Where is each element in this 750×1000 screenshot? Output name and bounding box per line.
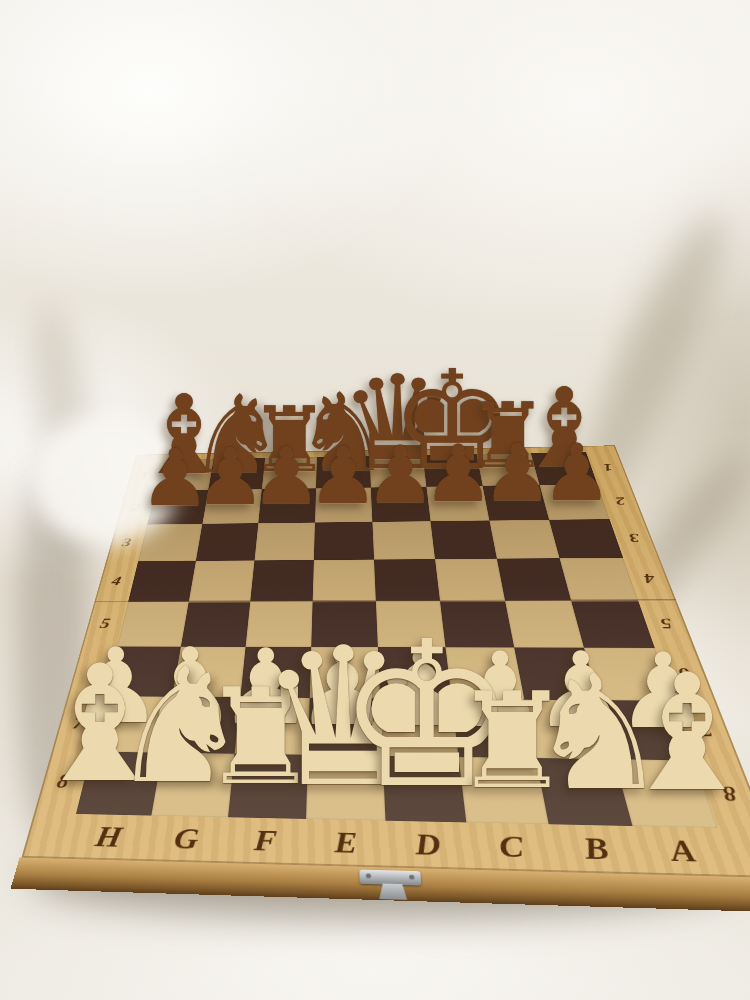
clasp-screw xyxy=(366,873,371,878)
square-c3[interactable] xyxy=(431,521,497,560)
rank-label-right-4: 4 xyxy=(641,571,657,586)
rank-label-right-5: 5 xyxy=(658,615,675,632)
square-b4[interactable] xyxy=(497,558,571,601)
square-a3[interactable] xyxy=(549,519,623,558)
rank-label-right-3: 3 xyxy=(627,531,642,545)
clasp-latch xyxy=(359,870,421,886)
file-label-h: H xyxy=(92,820,124,854)
square-f4[interactable] xyxy=(250,560,314,601)
square-e3[interactable] xyxy=(314,522,374,560)
file-label-g: G xyxy=(172,822,201,856)
square-e4[interactable] xyxy=(313,560,376,602)
rank-label-left-4: 4 xyxy=(110,574,123,588)
square-d3[interactable] xyxy=(372,521,435,559)
file-label-c: C xyxy=(497,829,526,864)
rank-label-right-2: 2 xyxy=(613,495,627,507)
clasp-screw xyxy=(409,875,415,880)
square-c4[interactable] xyxy=(435,559,505,601)
square-b3[interactable] xyxy=(489,520,559,559)
scene: { "game": "chess", "description": "Woode… xyxy=(0,0,750,1000)
piece-dark-pawn-a2[interactable]: ♟ xyxy=(541,434,612,513)
square-g4[interactable] xyxy=(189,560,255,601)
square-g3[interactable] xyxy=(196,523,258,561)
square-d4[interactable] xyxy=(374,559,440,601)
square-f3[interactable] xyxy=(254,523,315,561)
square-a4[interactable] xyxy=(560,558,639,601)
file-label-b: B xyxy=(580,831,613,867)
clasp-hook xyxy=(379,883,408,900)
file-label-d: D xyxy=(414,827,442,862)
square-h4[interactable] xyxy=(128,561,196,602)
piece-light-bishop-a8[interactable]: ♝ xyxy=(615,654,750,815)
file-label-a: A xyxy=(665,833,701,869)
